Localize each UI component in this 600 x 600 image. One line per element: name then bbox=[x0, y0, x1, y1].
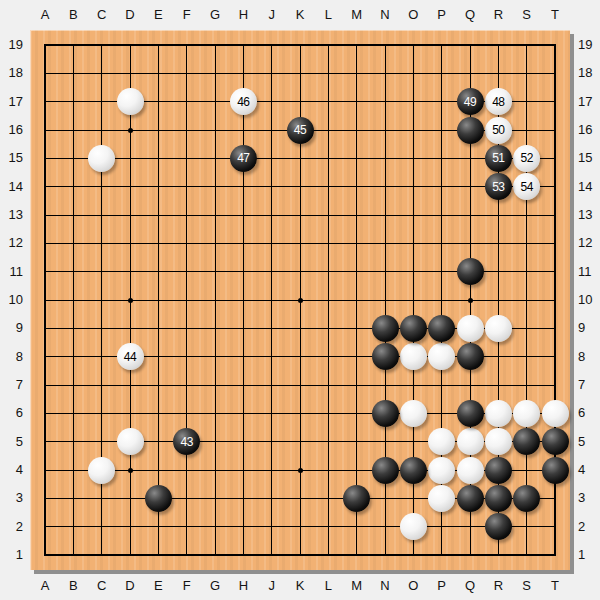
go-board-diagram: 464850525444494547515343 AABBCCDDEEFFGGH… bbox=[0, 0, 600, 600]
col-label-bottom-O: O bbox=[399, 577, 427, 595]
stone-white-H17: 46 bbox=[230, 88, 257, 115]
star-point-K4 bbox=[298, 468, 303, 473]
move-number-label: 51 bbox=[492, 152, 504, 164]
stone-black-F5: 43 bbox=[173, 428, 200, 455]
col-label-bottom-A: A bbox=[31, 577, 59, 595]
stone-black-Q6 bbox=[457, 400, 484, 427]
row-label-left-4: 4 bbox=[0, 461, 23, 479]
row-label-right-13: 13 bbox=[578, 206, 600, 224]
stone-white-C4 bbox=[88, 457, 115, 484]
col-label-bottom-E: E bbox=[144, 577, 172, 595]
col-label-bottom-G: G bbox=[201, 577, 229, 595]
stone-white-S6 bbox=[513, 400, 540, 427]
row-label-left-7: 7 bbox=[0, 376, 23, 394]
col-label-top-N: N bbox=[371, 6, 399, 24]
stone-white-R9 bbox=[485, 315, 512, 342]
col-label-top-M: M bbox=[343, 6, 371, 24]
stone-black-H15: 47 bbox=[230, 145, 257, 172]
stone-black-Q16 bbox=[457, 117, 484, 144]
star-point-D10 bbox=[128, 298, 133, 303]
stone-black-N4 bbox=[372, 457, 399, 484]
col-label-bottom-M: M bbox=[343, 577, 371, 595]
stone-white-D5 bbox=[117, 428, 144, 455]
col-label-top-S: S bbox=[513, 6, 541, 24]
stone-black-R15: 51 bbox=[485, 145, 512, 172]
col-label-bottom-S: S bbox=[513, 577, 541, 595]
col-label-top-D: D bbox=[116, 6, 144, 24]
row-label-right-12: 12 bbox=[578, 234, 600, 252]
col-label-top-Q: Q bbox=[456, 6, 484, 24]
col-label-bottom-J: J bbox=[258, 577, 286, 595]
row-label-left-16: 16 bbox=[0, 121, 23, 139]
move-number-label: 46 bbox=[237, 96, 249, 108]
stone-black-E3 bbox=[145, 485, 172, 512]
col-label-bottom-F: F bbox=[173, 577, 201, 595]
stone-white-C15 bbox=[88, 145, 115, 172]
stone-white-R17: 48 bbox=[485, 88, 512, 115]
star-point-K10 bbox=[298, 298, 303, 303]
row-label-right-2: 2 bbox=[578, 518, 600, 536]
row-label-right-1: 1 bbox=[578, 546, 600, 564]
row-label-right-17: 17 bbox=[578, 93, 600, 111]
move-number-label: 47 bbox=[237, 152, 249, 164]
col-label-bottom-R: R bbox=[484, 577, 512, 595]
stone-black-R3 bbox=[485, 485, 512, 512]
row-label-right-19: 19 bbox=[578, 36, 600, 54]
stone-black-Q11 bbox=[457, 258, 484, 285]
move-number-label: 52 bbox=[520, 152, 532, 164]
row-label-left-1: 1 bbox=[0, 546, 23, 564]
grid-line-vertical-S bbox=[526, 44, 527, 556]
col-label-bottom-H: H bbox=[229, 577, 257, 595]
move-number-label: 48 bbox=[492, 96, 504, 108]
row-label-right-14: 14 bbox=[578, 178, 600, 196]
row-label-right-18: 18 bbox=[578, 64, 600, 82]
stone-black-R2 bbox=[485, 513, 512, 540]
row-label-right-7: 7 bbox=[578, 376, 600, 394]
row-label-left-19: 19 bbox=[0, 36, 23, 54]
stone-white-O6 bbox=[400, 400, 427, 427]
row-label-right-6: 6 bbox=[578, 404, 600, 422]
row-label-left-15: 15 bbox=[0, 149, 23, 167]
stone-black-R14: 53 bbox=[485, 173, 512, 200]
stone-black-T4 bbox=[542, 457, 569, 484]
move-number-label: 54 bbox=[520, 181, 532, 193]
col-label-bottom-D: D bbox=[116, 577, 144, 595]
col-label-top-F: F bbox=[173, 6, 201, 24]
stone-white-Q9 bbox=[457, 315, 484, 342]
row-label-left-3: 3 bbox=[0, 489, 23, 507]
col-label-bottom-Q: Q bbox=[456, 577, 484, 595]
stone-white-D8: 44 bbox=[117, 343, 144, 370]
stone-white-P8 bbox=[428, 343, 455, 370]
grid-line-horizontal-2 bbox=[44, 526, 556, 527]
move-number-label: 50 bbox=[492, 124, 504, 136]
col-label-bottom-T: T bbox=[541, 577, 569, 595]
row-label-right-4: 4 bbox=[578, 461, 600, 479]
col-label-bottom-P: P bbox=[428, 577, 456, 595]
stone-black-N9 bbox=[372, 315, 399, 342]
grid-line-vertical-M bbox=[356, 44, 357, 556]
row-label-left-17: 17 bbox=[0, 93, 23, 111]
star-point-Q10 bbox=[468, 298, 473, 303]
row-label-right-8: 8 bbox=[578, 348, 600, 366]
stone-black-Q8 bbox=[457, 343, 484, 370]
row-label-left-6: 6 bbox=[0, 404, 23, 422]
col-label-bottom-B: B bbox=[59, 577, 87, 595]
col-label-top-P: P bbox=[428, 6, 456, 24]
stone-black-N8 bbox=[372, 343, 399, 370]
col-label-top-R: R bbox=[484, 6, 512, 24]
row-label-left-11: 11 bbox=[0, 263, 23, 281]
col-label-top-J: J bbox=[258, 6, 286, 24]
row-label-right-16: 16 bbox=[578, 121, 600, 139]
grid-line-horizontal-7 bbox=[44, 385, 556, 386]
stone-black-O4 bbox=[400, 457, 427, 484]
stone-white-P4 bbox=[428, 457, 455, 484]
move-number-label: 44 bbox=[124, 351, 136, 363]
row-label-left-14: 14 bbox=[0, 178, 23, 196]
col-label-top-B: B bbox=[59, 6, 87, 24]
row-label-right-11: 11 bbox=[578, 263, 600, 281]
stone-black-O9 bbox=[400, 315, 427, 342]
stone-black-S5 bbox=[513, 428, 540, 455]
col-label-top-C: C bbox=[88, 6, 116, 24]
stone-white-T6 bbox=[542, 400, 569, 427]
stone-black-P9 bbox=[428, 315, 455, 342]
col-label-top-A: A bbox=[31, 6, 59, 24]
stone-black-R4 bbox=[485, 457, 512, 484]
grid-line-vertical-L bbox=[328, 44, 329, 556]
board[interactable]: 464850525444494547515343 bbox=[30, 30, 570, 570]
col-label-top-O: O bbox=[399, 6, 427, 24]
grid-line-horizontal-1 bbox=[44, 554, 556, 556]
col-label-bottom-K: K bbox=[286, 577, 314, 595]
row-label-left-13: 13 bbox=[0, 206, 23, 224]
row-label-right-10: 10 bbox=[578, 291, 600, 309]
stone-black-S3 bbox=[513, 485, 540, 512]
stone-white-P5 bbox=[428, 428, 455, 455]
row-label-left-12: 12 bbox=[0, 234, 23, 252]
row-label-left-18: 18 bbox=[0, 64, 23, 82]
stone-white-S15: 52 bbox=[513, 145, 540, 172]
row-label-left-5: 5 bbox=[0, 433, 23, 451]
stone-black-Q3 bbox=[457, 485, 484, 512]
stone-black-N6 bbox=[372, 400, 399, 427]
move-number-label: 53 bbox=[492, 181, 504, 193]
star-point-D4 bbox=[128, 468, 133, 473]
stone-white-P3 bbox=[428, 485, 455, 512]
move-number-label: 43 bbox=[180, 436, 192, 448]
stone-white-R6 bbox=[485, 400, 512, 427]
row-label-left-8: 8 bbox=[0, 348, 23, 366]
stone-black-T5 bbox=[542, 428, 569, 455]
col-label-top-H: H bbox=[229, 6, 257, 24]
col-label-top-E: E bbox=[144, 6, 172, 24]
row-label-left-9: 9 bbox=[0, 319, 23, 337]
stone-white-O2 bbox=[400, 513, 427, 540]
stone-black-Q17: 49 bbox=[457, 88, 484, 115]
star-point-D16 bbox=[128, 128, 133, 133]
stone-white-R5 bbox=[485, 428, 512, 455]
stone-black-M3 bbox=[343, 485, 370, 512]
move-number-label: 45 bbox=[294, 124, 306, 136]
row-label-right-3: 3 bbox=[578, 489, 600, 507]
col-label-top-K: K bbox=[286, 6, 314, 24]
stone-white-Q4 bbox=[457, 457, 484, 484]
stone-white-R16: 50 bbox=[485, 117, 512, 144]
row-label-right-15: 15 bbox=[578, 149, 600, 167]
col-label-bottom-L: L bbox=[314, 577, 342, 595]
col-label-top-T: T bbox=[541, 6, 569, 24]
col-label-bottom-N: N bbox=[371, 577, 399, 595]
move-number-label: 49 bbox=[464, 96, 476, 108]
stone-white-Q5 bbox=[457, 428, 484, 455]
row-label-left-2: 2 bbox=[0, 518, 23, 536]
row-label-right-5: 5 bbox=[578, 433, 600, 451]
stone-white-D17 bbox=[117, 88, 144, 115]
col-label-top-L: L bbox=[314, 6, 342, 24]
col-label-bottom-C: C bbox=[88, 577, 116, 595]
stone-black-K16: 45 bbox=[287, 117, 314, 144]
row-label-right-9: 9 bbox=[578, 319, 600, 337]
row-label-left-10: 10 bbox=[0, 291, 23, 309]
stone-white-O8 bbox=[400, 343, 427, 370]
stone-white-S14: 54 bbox=[513, 173, 540, 200]
col-label-top-G: G bbox=[201, 6, 229, 24]
